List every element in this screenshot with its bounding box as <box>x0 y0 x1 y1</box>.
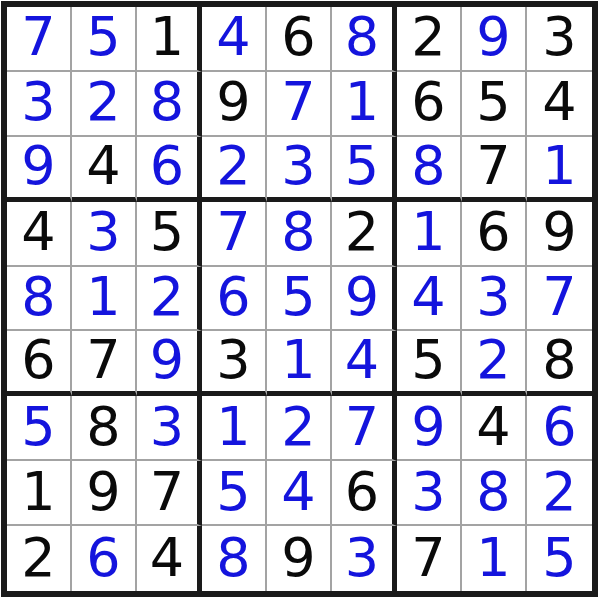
given-digit: 7 <box>150 465 184 519</box>
cell-r4c8[interactable]: 6 <box>462 202 527 267</box>
given-digit: 4 <box>542 75 576 129</box>
entered-digit: 6 <box>542 400 576 454</box>
entered-digit: 1 <box>476 531 510 585</box>
given-digit: 9 <box>86 465 120 519</box>
cell-r5c6[interactable]: 9 <box>332 267 397 332</box>
entered-digit: 5 <box>86 10 120 64</box>
cell-r1c9[interactable]: 3 <box>527 7 592 72</box>
entered-digit: 8 <box>345 10 379 64</box>
cell-r4c1[interactable]: 4 <box>7 202 72 267</box>
entered-digit: 1 <box>216 400 250 454</box>
cell-r9c1[interactable]: 2 <box>7 526 72 591</box>
cell-r1c7[interactable]: 2 <box>397 7 462 72</box>
sudoku-page: 7514682933289716549462358714357821698126… <box>0 0 600 599</box>
given-digit: 7 <box>411 531 445 585</box>
cell-r2c3[interactable]: 8 <box>137 72 202 137</box>
given-digit: 8 <box>542 333 576 387</box>
entered-digit: 6 <box>216 270 250 324</box>
cell-r4c9[interactable]: 9 <box>527 202 592 267</box>
cell-r2c8[interactable]: 5 <box>462 72 527 137</box>
cell-r4c2[interactable]: 3 <box>72 202 137 267</box>
given-digit: 5 <box>476 75 510 129</box>
cell-r9c9[interactable]: 5 <box>527 526 592 591</box>
entered-digit: 7 <box>216 205 250 259</box>
cell-r2c1[interactable]: 3 <box>7 72 72 137</box>
entered-digit: 9 <box>411 400 445 454</box>
given-digit: 6 <box>21 333 55 387</box>
given-digit: 2 <box>345 205 379 259</box>
entered-digit: 2 <box>216 139 250 193</box>
cell-r8c5[interactable]: 4 <box>267 461 332 526</box>
entered-digit: 7 <box>281 75 315 129</box>
entered-digit: 8 <box>150 75 184 129</box>
given-digit: 6 <box>281 10 315 64</box>
cell-r6c7[interactable]: 5 <box>397 331 462 396</box>
cell-r6c9[interactable]: 8 <box>527 331 592 396</box>
cell-r2c6[interactable]: 1 <box>332 72 397 137</box>
cell-r5c5[interactable]: 5 <box>267 267 332 332</box>
entered-digit: 5 <box>345 139 379 193</box>
entered-digit: 3 <box>21 75 55 129</box>
cell-r6c2[interactable]: 7 <box>72 331 137 396</box>
cell-r3c9[interactable]: 1 <box>527 137 592 202</box>
given-digit: 5 <box>411 333 445 387</box>
given-digit: 2 <box>411 10 445 64</box>
entered-digit: 5 <box>21 400 55 454</box>
given-digit: 7 <box>476 139 510 193</box>
cell-r5c9[interactable]: 7 <box>527 267 592 332</box>
entered-digit: 7 <box>542 270 576 324</box>
entered-digit: 6 <box>86 531 120 585</box>
entered-digit: 8 <box>281 205 315 259</box>
cell-r3c3[interactable]: 6 <box>137 137 202 202</box>
entered-digit: 8 <box>476 465 510 519</box>
cell-r3c1[interactable]: 9 <box>7 137 72 202</box>
cell-r4c7[interactable]: 1 <box>397 202 462 267</box>
given-digit: 4 <box>86 139 120 193</box>
entered-digit: 2 <box>542 465 576 519</box>
cell-r8c8[interactable]: 8 <box>462 461 527 526</box>
entered-digit: 9 <box>150 333 184 387</box>
cell-r6c3[interactable]: 9 <box>137 331 202 396</box>
cell-r7c6[interactable]: 7 <box>332 396 397 461</box>
cell-r5c8[interactable]: 3 <box>462 267 527 332</box>
cell-r1c1[interactable]: 7 <box>7 7 72 72</box>
cell-r9c6[interactable]: 3 <box>332 526 397 591</box>
cell-r2c4[interactable]: 9 <box>202 72 267 137</box>
entered-digit: 1 <box>411 205 445 259</box>
cell-r7c7[interactable]: 9 <box>397 396 462 461</box>
entered-digit: 2 <box>281 400 315 454</box>
cell-r8c3[interactable]: 7 <box>137 461 202 526</box>
cell-r9c3[interactable]: 4 <box>137 526 202 591</box>
cell-r7c9[interactable]: 6 <box>527 396 592 461</box>
entered-digit: 5 <box>216 465 250 519</box>
entered-digit: 3 <box>150 400 184 454</box>
cell-r3c2[interactable]: 4 <box>72 137 137 202</box>
cell-r8c9[interactable]: 2 <box>527 461 592 526</box>
entered-digit: 5 <box>542 531 576 585</box>
cell-r9c2[interactable]: 6 <box>72 526 137 591</box>
cell-r6c5[interactable]: 1 <box>267 331 332 396</box>
given-digit: 3 <box>216 333 250 387</box>
entered-digit: 2 <box>86 75 120 129</box>
cell-r8c2[interactable]: 9 <box>72 461 137 526</box>
cell-r4c4[interactable]: 7 <box>202 202 267 267</box>
cell-r8c7[interactable]: 3 <box>397 461 462 526</box>
cell-r3c6[interactable]: 5 <box>332 137 397 202</box>
entered-digit: 1 <box>542 139 576 193</box>
cell-r8c1[interactable]: 1 <box>7 461 72 526</box>
given-digit: 2 <box>21 531 55 585</box>
cell-r1c5[interactable]: 6 <box>267 7 332 72</box>
entered-digit: 3 <box>476 270 510 324</box>
entered-digit: 4 <box>216 10 250 64</box>
cell-r2c7[interactable]: 6 <box>397 72 462 137</box>
given-digit: 6 <box>345 465 379 519</box>
given-digit: 4 <box>21 205 55 259</box>
entered-digit: 8 <box>411 139 445 193</box>
entered-digit: 3 <box>345 531 379 585</box>
given-digit: 9 <box>542 205 576 259</box>
given-digit: 5 <box>150 205 184 259</box>
entered-digit: 1 <box>345 75 379 129</box>
given-digit: 1 <box>21 465 55 519</box>
entered-digit: 3 <box>86 205 120 259</box>
cell-r5c3[interactable]: 2 <box>137 267 202 332</box>
given-digit: 3 <box>542 10 576 64</box>
cell-r4c6[interactable]: 2 <box>332 202 397 267</box>
entered-digit: 9 <box>345 270 379 324</box>
cell-r3c5[interactable]: 3 <box>267 137 332 202</box>
entered-digit: 6 <box>150 139 184 193</box>
entered-digit: 2 <box>476 333 510 387</box>
entered-digit: 3 <box>281 139 315 193</box>
cell-r7c2[interactable]: 8 <box>72 396 137 461</box>
entered-digit: 4 <box>345 333 379 387</box>
cell-r7c3[interactable]: 3 <box>137 396 202 461</box>
entered-digit: 4 <box>411 270 445 324</box>
cell-r7c8[interactable]: 4 <box>462 396 527 461</box>
cell-r3c4[interactable]: 2 <box>202 137 267 202</box>
entered-digit: 8 <box>21 270 55 324</box>
entered-digit: 3 <box>411 465 445 519</box>
given-digit: 9 <box>281 531 315 585</box>
cell-r3c7[interactable]: 8 <box>397 137 462 202</box>
cell-r2c5[interactable]: 7 <box>267 72 332 137</box>
cell-r3c8[interactable]: 7 <box>462 137 527 202</box>
given-digit: 4 <box>150 531 184 585</box>
entered-digit: 4 <box>281 465 315 519</box>
cell-r4c5[interactable]: 8 <box>267 202 332 267</box>
cell-r8c6[interactable]: 6 <box>332 461 397 526</box>
entered-digit: 8 <box>216 531 250 585</box>
cell-r7c4[interactable]: 1 <box>202 396 267 461</box>
entered-digit: 9 <box>476 10 510 64</box>
cell-r2c9[interactable]: 4 <box>527 72 592 137</box>
cell-r1c2[interactable]: 5 <box>72 7 137 72</box>
cell-r6c8[interactable]: 2 <box>462 331 527 396</box>
given-digit: 1 <box>150 10 184 64</box>
cell-r1c4[interactable]: 4 <box>202 7 267 72</box>
given-digit: 9 <box>216 75 250 129</box>
given-digit: 7 <box>86 333 120 387</box>
given-digit: 6 <box>476 205 510 259</box>
cell-r9c7[interactable]: 7 <box>397 526 462 591</box>
cell-r9c8[interactable]: 1 <box>462 526 527 591</box>
entered-digit: 7 <box>21 10 55 64</box>
cell-r9c5[interactable]: 9 <box>267 526 332 591</box>
cell-r1c8[interactable]: 9 <box>462 7 527 72</box>
cell-r6c4[interactable]: 3 <box>202 331 267 396</box>
cell-r2c2[interactable]: 2 <box>72 72 137 137</box>
cell-r5c7[interactable]: 4 <box>397 267 462 332</box>
entered-digit: 1 <box>281 333 315 387</box>
cell-r4c3[interactable]: 5 <box>137 202 202 267</box>
cell-r9c4[interactable]: 8 <box>202 526 267 591</box>
cell-r6c6[interactable]: 4 <box>332 331 397 396</box>
cell-r6c1[interactable]: 6 <box>7 331 72 396</box>
cell-r7c5[interactable]: 2 <box>267 396 332 461</box>
entered-digit: 5 <box>281 270 315 324</box>
sudoku-board: 7514682933289716549462358714357821698126… <box>1 1 598 597</box>
cell-r5c2[interactable]: 1 <box>72 267 137 332</box>
entered-digit: 9 <box>21 139 55 193</box>
entered-digit: 1 <box>86 270 120 324</box>
given-digit: 8 <box>86 400 120 454</box>
cell-r1c3[interactable]: 1 <box>137 7 202 72</box>
cell-r1c6[interactable]: 8 <box>332 7 397 72</box>
cell-r8c4[interactable]: 5 <box>202 461 267 526</box>
cell-r5c4[interactable]: 6 <box>202 267 267 332</box>
cell-r7c1[interactable]: 5 <box>7 396 72 461</box>
given-digit: 4 <box>476 400 510 454</box>
entered-digit: 2 <box>150 270 184 324</box>
given-digit: 6 <box>411 75 445 129</box>
cell-r5c1[interactable]: 8 <box>7 267 72 332</box>
entered-digit: 7 <box>345 400 379 454</box>
